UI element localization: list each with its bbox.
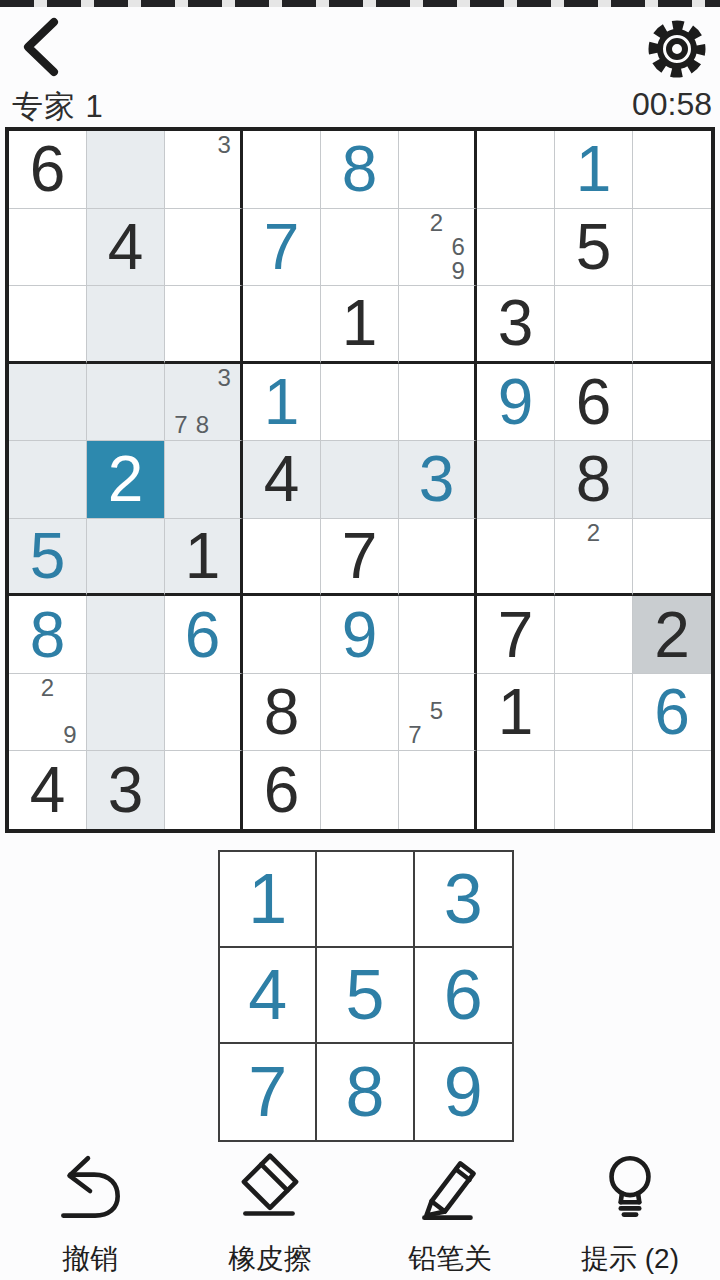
cell-r3c7[interactable]: 3 xyxy=(477,286,555,364)
undo-icon xyxy=(49,1150,131,1232)
cell-r8c7[interactable]: 1 xyxy=(477,674,555,752)
cell-value: 6 xyxy=(264,758,300,822)
numpad-key-7[interactable]: 7 xyxy=(220,1044,317,1140)
cell-r1c8[interactable]: 1 xyxy=(555,131,633,209)
cell-r2c3[interactable] xyxy=(165,209,243,287)
numpad-key-5[interactable]: 5 xyxy=(317,948,414,1044)
cell-value: 1 xyxy=(498,680,534,744)
cell-r6c7[interactable] xyxy=(477,519,555,597)
numpad: 13456789 xyxy=(218,850,514,1142)
cell-value: 6 xyxy=(576,370,612,434)
cell-value: 6 xyxy=(654,680,690,744)
pencil-button[interactable]: 铅笔关 xyxy=(360,1150,540,1278)
cell-value: 7 xyxy=(498,603,534,667)
cell-r3c6[interactable] xyxy=(399,286,477,364)
chevron-left-icon xyxy=(14,16,70,78)
cell-value: 6 xyxy=(30,137,66,201)
pencil-marks: 378 xyxy=(170,366,235,438)
cell-r9c5[interactable] xyxy=(321,751,399,829)
sudoku-board: 6381472695133781962438517286972298571643… xyxy=(5,127,715,833)
cell-value: 6 xyxy=(185,603,221,667)
cell-value: 4 xyxy=(108,215,144,279)
eraser-icon xyxy=(229,1150,311,1232)
settings-button[interactable] xyxy=(646,18,708,80)
cell-r3c9[interactable] xyxy=(633,286,711,364)
cell-r5c7[interactable] xyxy=(477,441,555,519)
cell-r7c2[interactable] xyxy=(87,596,165,674)
numpad-key-9[interactable]: 9 xyxy=(415,1044,512,1140)
cell-r1c4[interactable] xyxy=(243,131,321,209)
cell-r5c8[interactable]: 8 xyxy=(555,441,633,519)
cell-r2c4[interactable]: 7 xyxy=(243,209,321,287)
cell-r7c9[interactable]: 2 xyxy=(633,596,711,674)
pencil-marks: 3 xyxy=(170,133,235,205)
eraser-button[interactable]: 橡皮擦 xyxy=(180,1150,360,1278)
timer: 00:58 xyxy=(632,86,712,123)
cell-r4c2[interactable] xyxy=(87,364,165,442)
cell-r2c6[interactable]: 269 xyxy=(399,209,477,287)
cell-r1c2[interactable] xyxy=(87,131,165,209)
cell-r8c8[interactable] xyxy=(555,674,633,752)
cell-r5c2[interactable]: 2 xyxy=(87,441,165,519)
cell-r1c5[interactable]: 8 xyxy=(321,131,399,209)
cell-r7c5[interactable]: 9 xyxy=(321,596,399,674)
cell-r3c5[interactable]: 1 xyxy=(321,286,399,364)
cell-r3c8[interactable] xyxy=(555,286,633,364)
cell-r5c4[interactable]: 4 xyxy=(243,441,321,519)
cell-r8c3[interactable] xyxy=(165,674,243,752)
cell-r8c5[interactable] xyxy=(321,674,399,752)
gear-icon xyxy=(646,18,708,80)
cell-r4c1[interactable] xyxy=(9,364,87,442)
cell-r3c2[interactable] xyxy=(87,286,165,364)
cell-r9c8[interactable] xyxy=(555,751,633,829)
cell-r5c1[interactable] xyxy=(9,441,87,519)
cell-r7c6[interactable] xyxy=(399,596,477,674)
cell-value: 7 xyxy=(342,524,378,588)
cell-value: 5 xyxy=(576,215,612,279)
cell-value: 1 xyxy=(264,370,300,434)
cell-r4c4[interactable]: 1 xyxy=(243,364,321,442)
cell-r3c3[interactable] xyxy=(165,286,243,364)
cell-r7c1[interactable]: 8 xyxy=(9,596,87,674)
cell-r9c7[interactable] xyxy=(477,751,555,829)
cell-r9c9[interactable] xyxy=(633,751,711,829)
cell-r9c2[interactable]: 3 xyxy=(87,751,165,829)
cell-r5c5[interactable] xyxy=(321,441,399,519)
cell-r9c3[interactable] xyxy=(165,751,243,829)
cell-r4c7[interactable]: 9 xyxy=(477,364,555,442)
cell-value: 2 xyxy=(654,603,690,667)
cell-r6c9[interactable] xyxy=(633,519,711,597)
back-button[interactable] xyxy=(14,16,70,78)
pencil-marks: 269 xyxy=(404,211,469,283)
cell-value: 4 xyxy=(264,447,300,511)
cell-value: 4 xyxy=(30,758,66,822)
hint-icon xyxy=(589,1150,671,1232)
cell-r6c1[interactable]: 5 xyxy=(9,519,87,597)
hint-button[interactable]: 提示 (2) xyxy=(540,1150,720,1278)
numpad-key-6[interactable]: 6 xyxy=(415,948,512,1044)
numpad-key-1[interactable]: 1 xyxy=(220,852,317,948)
status-bar xyxy=(0,0,720,7)
cell-value: 1 xyxy=(185,524,221,588)
cell-r6c3[interactable]: 1 xyxy=(165,519,243,597)
cell-r4c3[interactable]: 378 xyxy=(165,364,243,442)
cell-r3c4[interactable] xyxy=(243,286,321,364)
cell-r2c8[interactable]: 5 xyxy=(555,209,633,287)
cell-r1c7[interactable] xyxy=(477,131,555,209)
eraser-label: 橡皮擦 xyxy=(228,1240,312,1278)
cell-r1c3[interactable]: 3 xyxy=(165,131,243,209)
cell-value: 8 xyxy=(30,603,66,667)
cell-r5c3[interactable] xyxy=(165,441,243,519)
cell-r5c9[interactable] xyxy=(633,441,711,519)
cell-value: 1 xyxy=(342,291,378,355)
cell-r6c5[interactable]: 7 xyxy=(321,519,399,597)
cell-r7c7[interactable]: 7 xyxy=(477,596,555,674)
cell-r8c9[interactable]: 6 xyxy=(633,674,711,752)
hint-label: 提示 (2) xyxy=(581,1240,679,1278)
cell-r2c5[interactable] xyxy=(321,209,399,287)
cell-r4c9[interactable] xyxy=(633,364,711,442)
cell-r8c4[interactable]: 8 xyxy=(243,674,321,752)
cell-r4c8[interactable]: 6 xyxy=(555,364,633,442)
level-label: 专家 1 xyxy=(12,86,104,128)
cell-r3c1[interactable] xyxy=(9,286,87,364)
cell-value: 8 xyxy=(342,137,378,201)
cell-r6c8[interactable]: 2 xyxy=(555,519,633,597)
cell-value: 2 xyxy=(108,447,144,511)
cell-r1c6[interactable] xyxy=(399,131,477,209)
undo-button[interactable]: 撤销 xyxy=(0,1150,180,1278)
cell-value: 8 xyxy=(264,680,300,744)
cell-r2c9[interactable] xyxy=(633,209,711,287)
cell-r7c4[interactable] xyxy=(243,596,321,674)
cell-r8c2[interactable] xyxy=(87,674,165,752)
cell-value: 5 xyxy=(30,524,66,588)
cell-r8c6[interactable]: 57 xyxy=(399,674,477,752)
toolbar: 撤销 橡皮擦 铅笔关 提示 (2) xyxy=(0,1150,720,1278)
cell-r1c1[interactable]: 6 xyxy=(9,131,87,209)
cell-r2c2[interactable]: 4 xyxy=(87,209,165,287)
cell-r9c4[interactable]: 6 xyxy=(243,751,321,829)
numpad-key-4[interactable]: 4 xyxy=(220,948,317,1044)
pencil-marks: 2 xyxy=(560,521,627,591)
numpad-key-8[interactable]: 8 xyxy=(317,1044,414,1140)
cell-value: 8 xyxy=(576,447,612,511)
numpad-key-3[interactable]: 3 xyxy=(415,852,512,948)
cell-r6c6[interactable] xyxy=(399,519,477,597)
cell-value: 3 xyxy=(419,447,455,511)
cell-value: 9 xyxy=(342,603,378,667)
pencil-marks: 29 xyxy=(14,676,81,748)
cell-r6c2[interactable] xyxy=(87,519,165,597)
pencil-icon xyxy=(409,1150,491,1232)
cell-r2c1[interactable] xyxy=(9,209,87,287)
cell-value: 1 xyxy=(576,137,612,201)
cell-r9c6[interactable] xyxy=(399,751,477,829)
cell-value: 3 xyxy=(108,758,144,822)
cell-r9c1[interactable]: 4 xyxy=(9,751,87,829)
cell-r4c5[interactable] xyxy=(321,364,399,442)
cell-value: 3 xyxy=(498,291,534,355)
cell-value: 9 xyxy=(498,370,534,434)
cell-r6c4[interactable] xyxy=(243,519,321,597)
pencil-marks: 57 xyxy=(404,676,469,748)
pencil-label: 铅笔关 xyxy=(408,1240,492,1278)
cell-r5c6[interactable]: 3 xyxy=(399,441,477,519)
cell-r8c1[interactable]: 29 xyxy=(9,674,87,752)
cell-r1c9[interactable] xyxy=(633,131,711,209)
numpad-key-empty[interactable] xyxy=(317,852,414,948)
cell-value: 7 xyxy=(264,215,300,279)
cell-r7c8[interactable] xyxy=(555,596,633,674)
cell-r4c6[interactable] xyxy=(399,364,477,442)
undo-label: 撤销 xyxy=(62,1240,118,1278)
cell-r7c3[interactable]: 6 xyxy=(165,596,243,674)
cell-r2c7[interactable] xyxy=(477,209,555,287)
